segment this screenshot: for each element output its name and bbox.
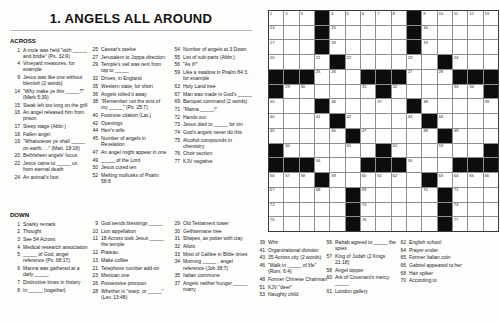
grid-cell[interactable]: 31 <box>361 85 375 99</box>
cell-number: 16 <box>423 25 428 30</box>
grid-cell[interactable] <box>422 158 436 172</box>
grid-cell[interactable] <box>346 70 360 84</box>
clue-down-1: 1Snarky remark <box>10 221 88 227</box>
clue-text: Alcohol compounds in chemistry <box>183 137 252 149</box>
clue-text: Angel topper <box>335 267 396 273</box>
grid-cell[interactable]: 4 <box>330 11 344 25</box>
clue-number: 73 <box>170 121 183 127</box>
clue-text: Sleep stage (Abbr.) <box>23 123 88 129</box>
grid-cell[interactable]: 46 <box>330 129 344 143</box>
clue-number: 17 <box>10 123 23 129</box>
clue-number: 1 <box>10 47 23 59</box>
grid-cell[interactable]: 8 <box>392 11 406 25</box>
grid-cell[interactable] <box>361 26 375 40</box>
grid-cell[interactable] <box>330 217 344 231</box>
grid-cell[interactable] <box>392 217 406 231</box>
grid-cell[interactable] <box>392 55 406 69</box>
clue-across-27: 27Jerusalem to Joppa direction <box>88 54 168 60</box>
grid-cell[interactable]: 36 <box>330 99 344 113</box>
grid-cell[interactable]: 29 <box>284 85 298 99</box>
grid-cell[interactable]: 13 <box>484 11 498 25</box>
clue-across-4: 4Vineyard measures, for example <box>10 60 88 72</box>
clue-across-15: 15Steak left too long on the grill <box>10 102 88 108</box>
black-cell <box>376 70 390 84</box>
grid-cell[interactable] <box>407 188 421 202</box>
black-cell <box>484 70 498 84</box>
grid-cell[interactable]: 56 <box>269 173 283 187</box>
grid-cell[interactable]: 71 <box>453 188 467 202</box>
black-cell <box>315 99 329 113</box>
grid-cell[interactable]: 12 <box>468 11 482 25</box>
grid-cell[interactable] <box>300 129 314 143</box>
grid-cell[interactable] <box>376 40 390 54</box>
clue-down-13: 13Make coffee <box>88 257 168 263</box>
clue-across-74: 74God's angels never do this <box>170 129 252 135</box>
grid-cell[interactable] <box>315 217 329 231</box>
grid-cell[interactable]: 60 <box>361 173 375 187</box>
clue-across-20: 20Bethlehem angels' focus <box>10 152 88 158</box>
clue-across-67: 67Man was made in God's _____ <box>170 91 252 97</box>
grid-cell[interactable] <box>468 26 482 40</box>
grid-cell[interactable] <box>453 26 467 40</box>
black-cell <box>438 55 452 69</box>
grid-cell[interactable]: 54 <box>315 158 329 172</box>
grid-cell[interactable] <box>392 99 406 113</box>
grid-cell[interactable]: 30 <box>300 85 314 99</box>
down-clue-list-6: 62English school64Prayer ender65Former I… <box>396 239 474 284</box>
grid-cell[interactable]: 44 <box>438 114 452 128</box>
clue-number: 60 <box>322 274 335 286</box>
grid-cell[interactable] <box>300 40 314 54</box>
grid-cell[interactable]: 67 <box>269 188 283 202</box>
clue-number: 26 <box>88 280 101 286</box>
cell-number: 58 <box>300 173 305 178</box>
grid-cell[interactable] <box>300 26 314 40</box>
clue-text: God's angels never do this <box>183 129 252 135</box>
grid-cell[interactable]: 27 <box>407 70 421 84</box>
grid-cell[interactable] <box>376 26 390 40</box>
clue-down-33: 33Most of Galilee in Bible times <box>170 251 252 257</box>
clue-number: 54 <box>170 46 183 52</box>
black-cell <box>453 158 467 172</box>
grid-cell[interactable]: 10 <box>438 11 452 25</box>
grid-cell[interactable] <box>407 129 421 143</box>
grid-cell[interactable] <box>484 129 498 143</box>
grid-cell[interactable]: 72 <box>269 203 283 217</box>
grid-cell[interactable] <box>484 203 498 217</box>
clue-number: 57 <box>322 253 335 265</box>
grid-cell[interactable] <box>361 55 375 69</box>
black-cell <box>484 144 498 158</box>
clue-text: Whether in "warp, or _____" (Lev. 13:48) <box>101 288 168 300</box>
grid-cell[interactable] <box>407 144 421 158</box>
grid-cell[interactable]: 14 <box>269 26 283 40</box>
grid-cell[interactable]: 37 <box>376 99 390 113</box>
grid-cell[interactable]: 48 <box>422 129 436 143</box>
grid-cell[interactable] <box>407 173 421 187</box>
clue-number: 69 <box>170 98 183 104</box>
black-cell <box>315 40 329 54</box>
grid-cell[interactable] <box>438 99 452 113</box>
clue-text: Rahab agreed to _____ the spies <box>335 239 396 251</box>
grid-cell[interactable]: 42 <box>346 114 360 128</box>
grid-cell[interactable]: 3 <box>300 11 314 25</box>
grid-cell[interactable] <box>361 144 375 158</box>
cell-number: 64 <box>454 173 459 178</box>
grid-cell[interactable] <box>438 40 452 54</box>
clue-text: See 54 Across <box>23 236 88 242</box>
grid-cell[interactable] <box>422 203 436 217</box>
clue-across-52: 52Melting mollusks of Psalm 58:8 <box>88 172 168 184</box>
clue-text: Italian commune <box>183 272 252 278</box>
grid-cell[interactable] <box>346 85 360 99</box>
clue-number: 55 <box>170 54 183 60</box>
grid-cell[interactable]: 76 <box>361 217 375 231</box>
grid-cell[interactable] <box>392 26 406 40</box>
grid-cell[interactable] <box>284 99 298 113</box>
clue-number: 5 <box>10 251 23 263</box>
grid-cell[interactable]: 61 <box>376 173 390 187</box>
grid-cell[interactable] <box>468 40 482 54</box>
grid-cell[interactable]: 77 <box>453 217 467 231</box>
grid-cell[interactable] <box>407 85 421 99</box>
grid-cell[interactable] <box>330 144 344 158</box>
grid-cell[interactable]: 16 <box>422 26 436 40</box>
clue-across-54: 54Number of angels at 3 Down <box>170 46 252 52</box>
grid-cell[interactable] <box>438 158 452 172</box>
clue-across-44: 44Herr's wife <box>88 127 168 133</box>
grid-cell[interactable]: 75 <box>269 217 283 231</box>
grid-cell[interactable] <box>484 188 498 202</box>
clue-text: Organizational division <box>268 247 327 253</box>
clue-number: 65 <box>396 254 409 260</box>
grid-cell[interactable]: 5 <box>346 11 360 25</box>
clue-text: Possessive pronoun <box>101 280 168 286</box>
clue-text: God sends blessings _____ <box>101 220 168 226</box>
black-cell <box>284 70 298 84</box>
grid-cell[interactable] <box>484 40 498 54</box>
clue-text: Thought <box>23 228 88 234</box>
clue-down-32: 32Allots <box>170 243 252 249</box>
grid-cell[interactable]: 50 <box>284 144 298 158</box>
grid-cell[interactable] <box>468 203 482 217</box>
clue-number: 42 <box>88 120 101 126</box>
grid-cell[interactable]: 62 <box>392 173 406 187</box>
grid-cell[interactable] <box>407 217 421 231</box>
grid-cell[interactable]: 64 <box>453 173 467 187</box>
down-column-2: 9God sends blessings _____10Lion appella… <box>88 220 168 301</box>
cell-number: 11 <box>454 11 458 16</box>
grid-cell[interactable] <box>346 26 360 40</box>
grid-cell[interactable]: 32 <box>392 85 406 99</box>
grid-cell[interactable] <box>330 158 344 172</box>
grid-cell[interactable]: 2 <box>284 11 298 25</box>
grid-cell[interactable]: 18 <box>330 40 344 54</box>
grid-cell[interactable] <box>453 114 467 128</box>
clue-text: Jesus died to _____ for sin <box>183 121 252 127</box>
grid-cell[interactable]: 66 <box>484 173 498 187</box>
black-cell <box>376 144 390 158</box>
grid-cell[interactable] <box>330 85 344 99</box>
grid-cell[interactable] <box>284 114 298 128</box>
cell-number: 3 <box>300 11 302 16</box>
clue-text: Medical research association <box>23 244 88 250</box>
grid-cell[interactable] <box>346 99 360 113</box>
grid-cell[interactable] <box>300 55 314 69</box>
clue-text: "Whatsoever ye shall _____ on earth. . .… <box>23 138 88 150</box>
grid-cell[interactable]: 19 <box>422 40 436 54</box>
grid-cell[interactable]: 26 <box>330 70 344 84</box>
grid-cell[interactable] <box>468 129 482 143</box>
clue-number: 59 <box>170 69 183 81</box>
grid-cell[interactable] <box>346 173 360 187</box>
clue-number: 68 <box>396 270 409 276</box>
grid-cell[interactable] <box>300 144 314 158</box>
clue-number: 28 <box>88 288 101 300</box>
cell-number: 18 <box>331 40 336 45</box>
clue-text: Jerusalem to Joppa direction <box>101 54 168 60</box>
grid-cell[interactable]: 24 <box>453 55 467 69</box>
grid-cell[interactable]: 74 <box>453 203 467 217</box>
clue-text: Lion appellation <box>101 228 168 234</box>
grid-cell[interactable]: 22 <box>346 55 360 69</box>
clue-number: 32 <box>170 243 183 249</box>
grid-cell[interactable] <box>422 55 436 69</box>
clue-down-35: 35Italian commune <box>170 272 252 278</box>
clue-text: Whir <box>268 239 327 245</box>
grid-cell[interactable]: 1 <box>269 11 283 25</box>
clue-text: Choir section <box>183 150 252 156</box>
grid-cell[interactable]: 39 <box>484 99 498 113</box>
clue-down-64: 64Prayer ender <box>396 247 474 253</box>
clue-number: 38 <box>88 98 101 110</box>
clue-number: 64 <box>396 247 409 253</box>
grid-cell[interactable] <box>453 99 467 113</box>
grid-cell[interactable]: 70 <box>422 188 436 202</box>
clue-number: 56 <box>322 239 335 251</box>
grid-cell[interactable] <box>468 114 482 128</box>
clue-across-55: 55List of sub-parts (Abbr.) <box>170 54 252 60</box>
grid-cell[interactable]: 52 <box>392 144 406 158</box>
grid-cell[interactable] <box>376 188 390 202</box>
grid-cell[interactable] <box>422 85 436 99</box>
clue-text: Most of Galilee in Bible times <box>183 251 252 257</box>
grid-cell[interactable]: 6 <box>361 11 375 25</box>
grid-cell[interactable] <box>315 203 329 217</box>
grid-cell[interactable] <box>453 144 467 158</box>
grid-cell[interactable] <box>468 99 482 113</box>
grid-cell[interactable] <box>468 188 482 202</box>
cell-number: 56 <box>270 173 275 178</box>
grid-cell[interactable] <box>376 217 390 231</box>
cell-number: 5 <box>346 11 348 16</box>
grid-cell[interactable]: 59 <box>330 173 344 187</box>
clue-text: Distinctive times in history <box>23 279 88 285</box>
black-cell <box>330 114 344 128</box>
grid-cell[interactable] <box>284 40 298 54</box>
grid-cell[interactable] <box>315 144 329 158</box>
across-clue-list-3: 54Number of angels at 3 Down55List of su… <box>170 46 252 164</box>
grid-cell[interactable]: 25 <box>315 70 329 84</box>
grid-cell[interactable]: 20 <box>269 55 283 69</box>
grid-cell[interactable] <box>484 114 498 128</box>
across-clue-list-1: 1A mule was held "with _____ and bridle"… <box>10 47 88 180</box>
down-column-1: DOWN 1Snarky remark2Thought3See 54 Acros… <box>10 212 88 294</box>
grid-cell[interactable] <box>300 203 314 217</box>
grid-cell[interactable] <box>376 203 390 217</box>
grid-cell[interactable]: 15 <box>330 26 344 40</box>
grid-cell[interactable] <box>284 55 298 69</box>
grid-cell[interactable] <box>284 217 298 231</box>
grid-cell[interactable]: 65 <box>468 173 482 187</box>
grid-cell[interactable] <box>346 40 360 54</box>
grid-cell[interactable]: 7 <box>376 11 390 25</box>
grid-cell[interactable] <box>376 55 390 69</box>
grid-cell[interactable] <box>422 217 436 231</box>
grid-cell[interactable] <box>484 217 498 231</box>
clue-down-46: 46"Walk in _____ of life" (Rom. 6:4) <box>255 262 327 274</box>
grid-cell[interactable]: 28 <box>438 70 452 84</box>
grid-cell[interactable]: 38 <box>422 99 436 113</box>
grid-cell[interactable]: 57 <box>284 173 298 187</box>
grid-cell[interactable]: 34 <box>468 85 482 99</box>
grid-cell[interactable] <box>330 188 344 202</box>
clue-number: 25 <box>88 46 101 52</box>
black-cell <box>392 70 406 84</box>
grid-cell[interactable]: 41 <box>315 114 329 128</box>
grid-cell[interactable]: 17 <box>269 40 283 54</box>
clue-text: Angels neither hunger _____ marry <box>183 280 252 292</box>
grid-cell[interactable] <box>453 40 467 54</box>
down-column-6: 62English school64Prayer ender65Former I… <box>396 239 474 285</box>
grid-cell[interactable] <box>468 55 482 69</box>
grid-cell[interactable] <box>376 114 390 128</box>
clue-across-18: 18Fallen angel <box>10 131 88 137</box>
grid-cell[interactable] <box>330 203 344 217</box>
grid-cell[interactable] <box>484 55 498 69</box>
grid-cell[interactable] <box>468 217 482 231</box>
clue-number: 34 <box>170 258 183 270</box>
grid-cell[interactable] <box>484 26 498 40</box>
grid-cell[interactable] <box>468 144 482 158</box>
grid-cell[interactable] <box>361 114 375 128</box>
grid-cell[interactable] <box>392 203 406 217</box>
grid-cell[interactable] <box>300 217 314 231</box>
grid-cell[interactable]: 43 <box>407 114 421 128</box>
clue-across-9: 9Jesus was like one without blemish (2 w… <box>10 74 88 86</box>
clue-number: 77 <box>170 158 183 164</box>
black-cell <box>438 188 452 202</box>
black-cell <box>361 70 375 84</box>
clue-text: Openings <box>101 120 168 126</box>
clue-number: 36 <box>88 91 101 97</box>
clue-down-43: 4335 Across city (2 words) <box>255 254 327 260</box>
grid-cell[interactable]: 11 <box>453 11 467 25</box>
grid-cell[interactable]: 51 <box>346 144 360 158</box>
clue-number: 49 <box>88 157 101 163</box>
grid-cell[interactable] <box>284 188 298 202</box>
grid-cell[interactable] <box>315 85 329 99</box>
grid-cell[interactable]: 45 <box>269 129 283 143</box>
clue-text: An angel might appear in one <box>101 149 168 155</box>
grid-cell[interactable] <box>300 114 314 128</box>
grid-cell[interactable] <box>284 129 298 143</box>
black-cell <box>361 158 375 172</box>
grid-cell[interactable]: 35 <box>269 99 283 113</box>
grid-cell[interactable]: 53 <box>438 144 452 158</box>
clue-number: 53 <box>255 291 268 297</box>
clue-text: _____ of God, angel reference (Ps. 68:17… <box>23 251 88 263</box>
grid-cell[interactable] <box>438 26 452 40</box>
grid-cell[interactable]: 40 <box>269 114 283 128</box>
cell-number: 71 <box>454 187 459 192</box>
grid-cell[interactable] <box>422 144 436 158</box>
grid-cell[interactable] <box>407 203 421 217</box>
grid-cell[interactable] <box>284 203 298 217</box>
grid-cell[interactable]: 63 <box>438 173 452 187</box>
grid-cell[interactable]: 55 <box>407 158 421 172</box>
clue-text: Western state, for short <box>101 83 168 89</box>
clue-number: 29 <box>88 61 101 73</box>
grid-cell[interactable] <box>300 99 314 113</box>
cell-number: 29 <box>285 84 290 89</box>
grid-cell[interactable] <box>438 85 452 99</box>
clue-across-24: 24An animal's foot <box>10 174 88 180</box>
clue-down-60: 60Ark of Covenant's mercy _____ <box>322 274 396 286</box>
grid-cell[interactable]: 47 <box>361 129 375 143</box>
black-cell <box>484 158 498 172</box>
grid-cell[interactable]: 73 <box>361 203 375 217</box>
grid-cell[interactable]: 23 <box>407 55 421 69</box>
black-cell <box>269 70 283 84</box>
grid-cell[interactable] <box>392 188 406 202</box>
clue-down-62: 62English school <box>396 239 474 245</box>
grid-cell[interactable] <box>284 26 298 40</box>
clue-down-11: 1118 Across took Jesus _____ the temple <box>88 235 168 247</box>
grid-cell[interactable] <box>315 129 329 143</box>
black-cell <box>453 70 467 84</box>
black-cell <box>346 203 360 217</box>
grid-cell[interactable] <box>361 40 375 54</box>
grid-cell[interactable]: 58 <box>300 173 314 187</box>
grid-cell[interactable] <box>376 129 390 143</box>
clue-across-71: 71"Mama _____!" <box>170 106 252 112</box>
grid-cell[interactable] <box>392 129 406 143</box>
clue-text: 18 Across took Jesus _____ the temple <box>101 235 168 247</box>
grid-cell[interactable]: 68 <box>315 188 329 202</box>
clue-number: 21 <box>88 265 101 271</box>
grid-cell[interactable] <box>392 114 406 128</box>
grid-cell[interactable]: 9 <box>422 11 436 25</box>
clue-down-8: 8In _____ (together) <box>10 287 88 293</box>
grid-cell[interactable]: 33 <box>453 85 467 99</box>
clue-down-53: 53Naughty child <box>255 291 327 297</box>
grid-cell[interactable]: 49 <box>453 129 467 143</box>
clue-down-66: 66Gabriel appeared to her <box>396 262 474 268</box>
grid-cell[interactable]: 69 <box>361 188 375 202</box>
grid-cell[interactable] <box>300 188 314 202</box>
grid-cell[interactable] <box>392 40 406 54</box>
clue-number: 10 <box>88 228 101 234</box>
grid-cell[interactable] <box>422 70 436 84</box>
clue-text: Footnote citation (Lat.) <box>101 112 168 118</box>
grid-cell[interactable] <box>346 158 360 172</box>
grid-cell[interactable]: 21 <box>315 55 329 69</box>
grid-cell[interactable] <box>361 99 375 113</box>
clue-number: 44 <box>88 127 101 133</box>
cell-number: 54 <box>316 158 321 163</box>
cell-number: 6 <box>362 11 364 16</box>
